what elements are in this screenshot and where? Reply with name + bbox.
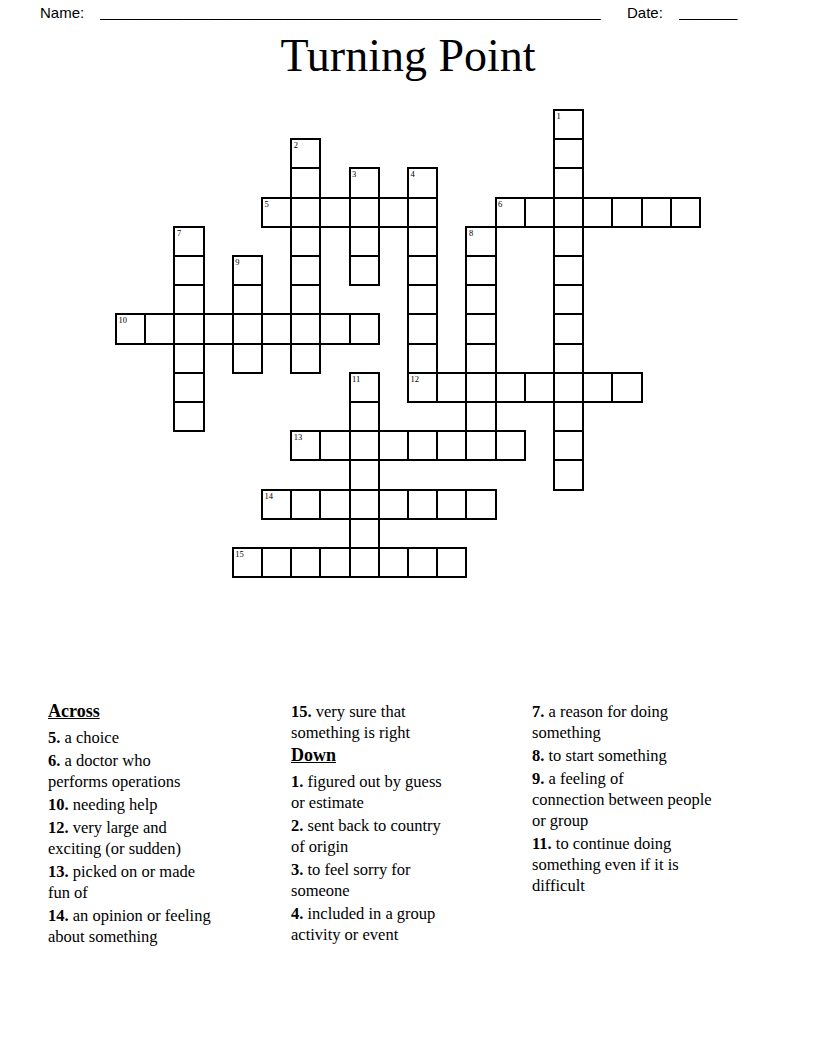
grid-cell[interactable] xyxy=(144,313,175,344)
grid-cell[interactable] xyxy=(319,197,350,228)
grid-cell[interactable] xyxy=(641,197,672,228)
cell-number: 8 xyxy=(469,229,473,238)
grid-cell[interactable] xyxy=(203,313,234,344)
clue-14: 14. an opinion or feelingabout something xyxy=(48,905,286,947)
grid-cell[interactable] xyxy=(524,197,555,228)
clue-15: 15. very sure thatsomething is right xyxy=(291,701,529,743)
grid-cell[interactable] xyxy=(582,372,613,403)
grid-cell[interactable] xyxy=(553,138,584,169)
grid-cell[interactable] xyxy=(319,489,350,520)
grid-cell[interactable] xyxy=(553,284,584,315)
grid-cell[interactable] xyxy=(465,343,496,374)
grid-cell[interactable] xyxy=(611,197,642,228)
grid-cell[interactable] xyxy=(349,313,380,344)
grid-cell[interactable] xyxy=(290,547,321,578)
crossword-grid: 123456789101112131415 xyxy=(115,109,703,580)
grid-cell[interactable] xyxy=(553,167,584,198)
down-heading: Down xyxy=(291,745,529,766)
grid-cell[interactable] xyxy=(378,547,409,578)
grid-cell[interactable] xyxy=(553,313,584,344)
grid-cell[interactable] xyxy=(290,343,321,374)
clues-column-2: 15. very sure thatsomething is rightDown… xyxy=(291,701,529,947)
clue-2: 2. sent back to countryof origin xyxy=(291,815,529,857)
grid-cell[interactable] xyxy=(553,197,584,228)
grid-cell[interactable] xyxy=(173,401,204,432)
cell-number: 2 xyxy=(294,141,298,150)
grid-cell[interactable] xyxy=(319,430,350,461)
grid-cell[interactable] xyxy=(407,284,438,315)
name-label: Name: xyxy=(40,4,84,21)
grid-cell[interactable] xyxy=(436,489,467,520)
grid-cell[interactable] xyxy=(407,430,438,461)
clue-10: 10. needing help xyxy=(48,794,286,815)
grid-cell[interactable] xyxy=(407,255,438,286)
clue-11: 11. to continue doingsomething even if i… xyxy=(532,833,802,896)
grid-cell[interactable] xyxy=(465,255,496,286)
grid-cell[interactable] xyxy=(290,255,321,286)
clue-4: 4. included in a groupactivity or event xyxy=(291,903,529,945)
clue-13: 13. picked on or madefun of xyxy=(48,861,286,903)
grid-cell[interactable] xyxy=(553,226,584,257)
grid-cell[interactable] xyxy=(349,255,380,286)
grid-cell[interactable] xyxy=(611,372,642,403)
cell-number: 9 xyxy=(235,258,239,267)
clue-6: 6. a doctor whoperforms operations xyxy=(48,750,286,792)
grid-cell[interactable] xyxy=(232,343,263,374)
name-blank-line: ________________________________________… xyxy=(100,3,606,20)
grid-cell[interactable] xyxy=(173,284,204,315)
grid-cell[interactable] xyxy=(319,313,350,344)
grid-cell[interactable] xyxy=(290,167,321,198)
grid-cell[interactable] xyxy=(290,489,321,520)
date-label: Date: xyxy=(627,4,663,21)
grid-cell[interactable] xyxy=(465,430,496,461)
grid-cell[interactable] xyxy=(261,547,292,578)
cell-number: 14 xyxy=(265,492,274,501)
grid-cell[interactable] xyxy=(436,547,467,578)
clues-column-1: Across5. a choice6. a doctor whoperforms… xyxy=(48,701,286,949)
grid-cell[interactable] xyxy=(349,197,380,228)
cell-number: 13 xyxy=(294,433,303,442)
cell-number: 15 xyxy=(235,550,244,559)
grid-cell[interactable] xyxy=(407,197,438,228)
clue-1: 1. figured out by guessor estimate xyxy=(291,771,529,813)
grid-cell[interactable] xyxy=(553,459,584,490)
grid-cell[interactable] xyxy=(232,313,263,344)
grid-cell[interactable] xyxy=(553,401,584,432)
across-heading: Across xyxy=(48,701,286,722)
grid-cell[interactable] xyxy=(524,372,555,403)
clues-section: Across5. a choice6. a doctor whoperforms… xyxy=(0,701,816,961)
grid-cell[interactable] xyxy=(582,197,613,228)
cell-number: 11 xyxy=(352,375,360,384)
cell-number: 7 xyxy=(177,229,181,238)
grid-cell[interactable] xyxy=(407,313,438,344)
clue-12: 12. very large andexciting (or sudden) xyxy=(48,817,286,859)
grid-cell[interactable] xyxy=(553,430,584,461)
clue-5: 5. a choice xyxy=(48,727,286,748)
page-title: Turning Point xyxy=(0,30,816,83)
grid-cell[interactable] xyxy=(436,372,467,403)
grid-cell[interactable] xyxy=(319,547,350,578)
grid-cell[interactable] xyxy=(407,489,438,520)
grid-cell[interactable] xyxy=(261,313,292,344)
grid-cell[interactable] xyxy=(407,547,438,578)
cell-number: 1 xyxy=(557,112,561,121)
grid-cell[interactable] xyxy=(465,372,496,403)
clues-column-3: 7. a reason for doingsomething8. to star… xyxy=(532,701,802,898)
grid-cell[interactable] xyxy=(349,459,380,490)
grid-cell[interactable] xyxy=(349,430,380,461)
grid-cell[interactable] xyxy=(407,226,438,257)
grid-cell[interactable] xyxy=(378,430,409,461)
cell-number: 12 xyxy=(411,375,420,384)
grid-cell[interactable] xyxy=(495,430,526,461)
grid-cell[interactable] xyxy=(173,343,204,374)
grid-cell[interactable] xyxy=(349,226,380,257)
grid-cell[interactable] xyxy=(173,313,204,344)
grid-cell[interactable] xyxy=(290,226,321,257)
clue-8: 8. to start something xyxy=(532,745,802,766)
grid-cell[interactable] xyxy=(465,313,496,344)
grid-cell[interactable] xyxy=(290,313,321,344)
cell-number: 4 xyxy=(411,170,415,179)
grid-cell[interactable] xyxy=(173,372,204,403)
grid-cell[interactable] xyxy=(378,197,409,228)
grid-cell[interactable] xyxy=(553,255,584,286)
grid-cell[interactable] xyxy=(232,284,263,315)
grid-cell[interactable] xyxy=(553,343,584,374)
grid-cell[interactable] xyxy=(349,547,380,578)
grid-cell[interactable] xyxy=(553,372,584,403)
grid-cell[interactable] xyxy=(436,430,467,461)
grid-cell[interactable] xyxy=(290,284,321,315)
grid-cell[interactable] xyxy=(378,489,409,520)
grid-cell[interactable] xyxy=(465,284,496,315)
cell-number: 6 xyxy=(498,200,502,209)
cell-number: 10 xyxy=(119,316,128,325)
grid-cell[interactable] xyxy=(465,489,496,520)
grid-cell[interactable] xyxy=(290,197,321,228)
cell-number: 5 xyxy=(265,200,269,209)
clue-7: 7. a reason for doingsomething xyxy=(532,701,802,743)
clue-3: 3. to feel sorry forsomeone xyxy=(291,859,529,901)
grid-cell[interactable] xyxy=(495,372,526,403)
grid-cell[interactable] xyxy=(349,401,380,432)
clue-9: 9. a feeling ofconnection between people… xyxy=(532,768,802,831)
cell-number: 3 xyxy=(352,170,356,179)
grid-cell[interactable] xyxy=(173,255,204,286)
grid-cell[interactable] xyxy=(465,401,496,432)
grid-cell[interactable] xyxy=(670,197,701,228)
grid-cell[interactable] xyxy=(349,518,380,549)
grid-cell[interactable] xyxy=(407,343,438,374)
date-blank-line: _______ xyxy=(679,3,741,20)
grid-cell[interactable] xyxy=(349,489,380,520)
